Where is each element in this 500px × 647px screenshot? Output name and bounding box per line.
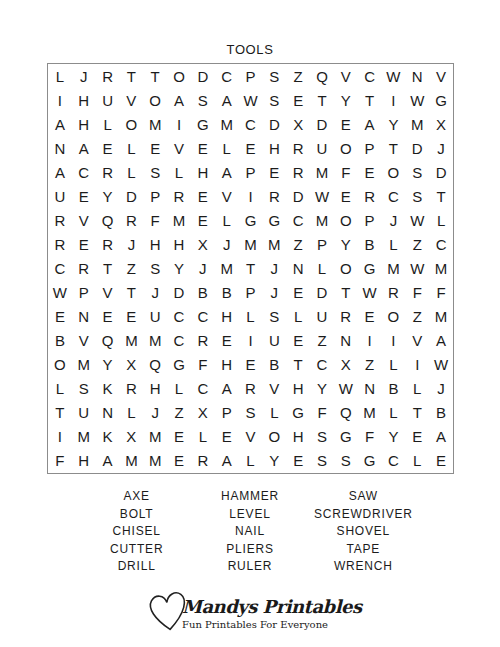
grid-cell: Q [310,64,334,88]
word-list-item: SHOVEL [307,523,420,541]
grid-cell: R [72,256,96,280]
grid-cell: E [286,329,310,353]
grid-cell: A [48,160,72,184]
grid-cell: V [119,88,143,112]
grid-cell: A [72,136,96,160]
grid-cell: S [405,184,429,208]
word-list-item: BOLT [80,506,193,524]
grid-cell: P [239,160,263,184]
grid-cell: W [358,281,382,305]
grid-cell: Y [96,184,120,208]
grid-cell: O [334,208,358,232]
grid-cell: I [48,425,72,449]
grid-cell: P [310,232,334,256]
grid-cell: Y [262,449,286,473]
grid-cell: M [143,112,167,136]
grid-cell: F [191,353,215,377]
grid-cell: J [429,377,453,401]
grid-cell: L [286,305,310,329]
grid-cell: L [310,256,334,280]
grid-cell: P [215,401,239,425]
grid-cell: Z [405,305,429,329]
grid-cell: G [286,401,310,425]
grid-cell: W [405,208,429,232]
grid-cell: H [286,377,310,401]
grid-cell: T [143,64,167,88]
grid-cell: Y [310,377,334,401]
grid-cell: M [72,425,96,449]
grid-cell: O [262,425,286,449]
grid-cell: D [405,136,429,160]
grid-cell: J [72,64,96,88]
grid-cell: H [191,160,215,184]
grid-cell: S [262,64,286,88]
grid-cell: Z [119,256,143,280]
grid-cell: N [358,377,382,401]
grid-cell: R [334,305,358,329]
grid-cell: M [429,305,453,329]
grid-cell: E [405,425,429,449]
grid-cell: A [429,329,453,353]
grid-cell: O [334,256,358,280]
grid-cell: J [262,281,286,305]
word-list-item: SCREWDRIVER [307,506,420,524]
grid-cell: E [191,184,215,208]
word-list-item: LEVEL [193,506,306,524]
grid-cell: X [191,232,215,256]
grid-cell: L [239,449,263,473]
grid-cell: V [215,184,239,208]
grid-cell: A [215,160,239,184]
grid-cell: S [72,377,96,401]
grid-cell: T [119,64,143,88]
word-list-column: AXEBOLTCHISELCUTTERDRILL [80,488,193,576]
grid-cell: V [72,329,96,353]
grid-cell: X [429,112,453,136]
grid-cell: A [215,377,239,401]
grid-cell: O [143,88,167,112]
grid-cell: E [143,136,167,160]
grid-cell: Q [143,353,167,377]
grid-cell: E [191,208,215,232]
grid-cell: E [334,112,358,136]
grid-cell: A [96,449,120,473]
grid-cell: R [48,208,72,232]
grid-cell: H [143,232,167,256]
grid-cell: G [239,208,263,232]
grid-cell: C [286,208,310,232]
grid-cell: J [119,232,143,256]
grid-cell: D [167,281,191,305]
grid-cell: W [48,281,72,305]
grid-cell: R [358,184,382,208]
grid-cell: H [167,232,191,256]
grid-cell: M [358,401,382,425]
word-list-item: TAPE [307,541,420,559]
grid-cell: M [119,329,143,353]
grid-cell: I [405,353,429,377]
grid-cell: V [72,208,96,232]
grid-cell: E [167,449,191,473]
grid-cell: T [429,184,453,208]
grid-cell: C [191,377,215,401]
grid-cell: D [429,160,453,184]
word-search-grid: LJRTTODCPSZQVCWNVIHUVOASAWSETYTIWGAHLOMI… [47,63,454,474]
grid-cell: L [191,425,215,449]
grid-cell: G [191,112,215,136]
grid-cell: E [239,353,263,377]
grid-cell: P [358,136,382,160]
grid-cell: I [239,329,263,353]
grid-cell: H [262,136,286,160]
grid-cell: F [429,281,453,305]
grid-cell: D [119,184,143,208]
grid-cell: L [215,136,239,160]
grid-cell: J [262,256,286,280]
grid-cell: B [48,329,72,353]
word-list-column: SAWSCREWDRIVERSHOVELTAPEWRENCH [307,488,420,576]
grid-cell: J [191,256,215,280]
grid-cell: O [382,305,406,329]
grid-cell: I [48,88,72,112]
word-list-item: WRENCH [307,558,420,576]
grid-cell: E [96,136,120,160]
grid-cell: H [72,112,96,136]
puzzle-title: TOOLS [0,42,500,57]
grid-cell: B [191,281,215,305]
brand-name: Mandys Printables [182,596,328,618]
grid-cell: M [143,449,167,473]
grid-cell: X [191,401,215,425]
grid-cell: G [358,449,382,473]
grid-cell: C [358,64,382,88]
word-list-item: CUTTER [80,541,193,559]
grid-cell: M [310,160,334,184]
grid-cell: E [215,425,239,449]
word-list-item: RULER [193,558,306,576]
grid-cell: S [310,449,334,473]
grid-cell: Y [334,232,358,256]
word-list-item: PLIERS [193,541,306,559]
word-list-item: HAMMER [193,488,306,506]
grid-cell: L [48,64,72,88]
grid-cell: U [310,136,334,160]
grid-cell: C [167,329,191,353]
grid-cell: R [382,281,406,305]
grid-cell: L [96,112,120,136]
grid-cell: R [48,232,72,256]
grid-cell: G [358,256,382,280]
grid-cell: E [239,136,263,160]
grid-cell: T [119,281,143,305]
grid-cell: A [167,88,191,112]
grid-cell: V [334,64,358,88]
grid-cell: T [358,88,382,112]
grid-cell: Y [167,256,191,280]
grid-cell: G [334,425,358,449]
grid-cell: L [239,305,263,329]
word-list-column: HAMMERLEVELNAILPLIERSRULER [193,488,306,576]
grid-cell: W [310,184,334,208]
grid-cell: C [215,64,239,88]
grid-cell: R [262,184,286,208]
grid-cell: P [239,64,263,88]
grid-cell: Z [167,401,191,425]
grid-cell: M [119,449,143,473]
grid-cell: E [215,329,239,353]
grid-cell: J [429,136,453,160]
grid-cell: U [48,184,72,208]
grid-cell: X [286,112,310,136]
grid-cell: E [334,184,358,208]
grid-cell: M [382,256,406,280]
grid-cell: S [262,305,286,329]
grid-cell: S [405,160,429,184]
grid-cell: F [358,425,382,449]
grid-cell: O [48,353,72,377]
grid-cell: G [167,353,191,377]
grid-cell: Y [96,353,120,377]
grid-cell: T [96,256,120,280]
grid-cell: R [96,160,120,184]
grid-cell: X [119,425,143,449]
grid-cell: R [119,208,143,232]
grid-cell: M [215,112,239,136]
grid-cell: H [286,425,310,449]
grid-cell: S [191,88,215,112]
grid-cell: B [358,232,382,256]
grid-cell: Z [286,232,310,256]
grid-cell: I [382,329,406,353]
grid-cell: C [429,232,453,256]
grid-cell: Z [286,64,310,88]
grid-cell: R [167,184,191,208]
grid-cell: V [405,329,429,353]
grid-cell: M [239,232,263,256]
word-list-item: AXE [80,488,193,506]
grid-cell: C [310,353,334,377]
grid-cell: Z [310,329,334,353]
grid-cell: E [358,305,382,329]
grid-cell: A [358,112,382,136]
grid-cell: C [239,112,263,136]
word-list-item: NAIL [193,523,306,541]
grid-cell: X [119,353,143,377]
grid-cell: M [72,353,96,377]
grid-cell: J [215,232,239,256]
grid-cell: M [167,208,191,232]
grid-cell: M [405,112,429,136]
grid-cell: C [191,305,215,329]
grid-cell: F [334,160,358,184]
grid-cell: V [429,64,453,88]
grid-cell: L [167,377,191,401]
grid-cell: T [286,353,310,377]
grid-cell: N [405,64,429,88]
grid-cell: Y [382,112,406,136]
grid-cell: G [262,208,286,232]
grid-cell: G [429,88,453,112]
grid-cell: S [239,401,263,425]
grid-cell: F [143,208,167,232]
grid-cell: Q [334,401,358,425]
grid-cell: W [382,64,406,88]
grid-cell: L [429,208,453,232]
grid-cell: T [239,256,263,280]
grid-cell: M [262,232,286,256]
grid-cell: S [262,88,286,112]
grid-cell: T [382,136,406,160]
grid-cell: M [215,256,239,280]
grid-cell: R [286,136,310,160]
grid-cell: N [48,136,72,160]
grid-cell: D [286,184,310,208]
grid-cell: C [72,160,96,184]
grid-cell: U [72,401,96,425]
grid-cell: S [143,256,167,280]
grid-cell: Z [405,232,429,256]
grid-cell: T [48,401,72,425]
grid-cell: C [382,184,406,208]
grid-cell: D [262,112,286,136]
grid-cell: I [382,88,406,112]
brand-footer: Mandys Printables Fun Printables For Eve… [0,588,500,640]
grid-cell: O [382,160,406,184]
grid-cell: O [334,136,358,160]
grid-cell: L [119,401,143,425]
grid-cell: D [310,112,334,136]
grid-cell: W [239,88,263,112]
grid-cell: W [334,377,358,401]
grid-cell: E [119,305,143,329]
grid-cell: N [334,329,358,353]
grid-cell: H [215,353,239,377]
grid-cell: M [143,425,167,449]
grid-cell: M [143,329,167,353]
grid-cell: E [286,449,310,473]
grid-cell: T [334,281,358,305]
grid-cell: D [310,281,334,305]
grid-cell: Q [96,208,120,232]
grid-cell: N [286,256,310,280]
grid-cell: L [405,449,429,473]
grid-cell: R [96,64,120,88]
grid-cell: S [310,425,334,449]
grid-cell: P [72,281,96,305]
grid-cell: A [429,425,453,449]
grid-cell: S [334,449,358,473]
grid-cell: M [310,208,334,232]
word-search-worksheet: TOOLS LJRTTODCPSZQVCWNVIHUVOASAWSETYTIWG… [0,0,500,647]
grid-cell: U [143,305,167,329]
grid-cell: E [72,184,96,208]
grid-cell: E [167,425,191,449]
grid-cell: F [310,401,334,425]
grid-cell: H [215,305,239,329]
grid-cell: L [215,208,239,232]
grid-cell: L [48,377,72,401]
word-list: AXEBOLTCHISELCUTTERDRILLHAMMERLEVELNAILP… [80,488,420,576]
grid-cell: A [215,449,239,473]
grid-cell: Q [96,329,120,353]
grid-cell: U [262,329,286,353]
grid-cell: R [286,160,310,184]
grid-cell: E [96,305,120,329]
grid-cell: B [382,377,406,401]
grid-cell: I [239,184,263,208]
grid-cell: V [96,281,120,305]
grid-cell: N [96,401,120,425]
grid-cell: J [143,281,167,305]
grid-cell: W [429,353,453,377]
grid-cell: L [262,401,286,425]
word-list-item: DRILL [80,558,193,576]
grid-cell: T [405,401,429,425]
grid-cell: R [191,329,215,353]
grid-cell: W [405,88,429,112]
grid-cell: E [262,160,286,184]
grid-cell: Y [382,425,406,449]
grid-cell: P [358,208,382,232]
grid-cell: R [96,232,120,256]
grid-cell: D [191,64,215,88]
grid-cell: B [215,281,239,305]
grid-cell: R [191,449,215,473]
grid-cell: V [167,136,191,160]
grid-cell: C [48,256,72,280]
grid-cell: R [239,377,263,401]
grid-cell: Z [358,353,382,377]
grid-cell: H [143,377,167,401]
brand-tagline: Fun Printables For Everyone [182,618,328,631]
grid-cell: T [310,88,334,112]
grid-cell: S [143,160,167,184]
grid-cell: F [405,281,429,305]
grid-cell: L [382,401,406,425]
grid-cell: E [72,232,96,256]
grid-cell: K [96,377,120,401]
grid-cell: E [286,88,310,112]
word-list-item: SAW [307,488,420,506]
grid-cell: N [72,305,96,329]
grid-cell: U [310,305,334,329]
grid-cell: B [262,353,286,377]
grid-cell: U [96,88,120,112]
grid-cell: R [119,377,143,401]
grid-cell: C [167,305,191,329]
grid-cell: E [48,305,72,329]
grid-cell: F [48,449,72,473]
grid-cell: O [119,112,143,136]
grid-cell: I [358,329,382,353]
grid-cell: C [382,449,406,473]
grid-cell: J [143,401,167,425]
word-list-item: CHISEL [80,523,193,541]
grid-cell: X [334,353,358,377]
grid-cell: E [358,160,382,184]
grid-cell: L [382,232,406,256]
grid-cell: H [72,88,96,112]
grid-cell: L [382,353,406,377]
grid-cell: P [239,281,263,305]
grid-cell: Y [334,88,358,112]
grid-cell: B [429,401,453,425]
grid-cell: V [262,377,286,401]
grid-cell: H [72,449,96,473]
grid-cell: L [119,136,143,160]
grid-cell: E [429,449,453,473]
grid-cell: A [215,88,239,112]
